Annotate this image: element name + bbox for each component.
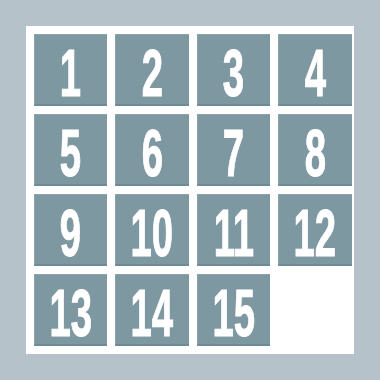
tile-number: 6 <box>141 120 162 186</box>
tile-number: 5 <box>60 120 81 186</box>
tile-10[interactable]: 10 <box>115 194 188 266</box>
tile-number: 15 <box>212 280 255 346</box>
tile-8[interactable]: 8 <box>278 114 351 186</box>
tile-number: 7 <box>223 120 244 186</box>
tile-2[interactable]: 2 <box>115 34 188 106</box>
tile-number: 10 <box>131 200 174 266</box>
tile-number: 3 <box>223 40 244 106</box>
tile-number: 2 <box>141 40 162 106</box>
tile-number: 14 <box>131 280 174 346</box>
tile-13[interactable]: 13 <box>34 274 107 346</box>
tile-14[interactable]: 14 <box>115 274 188 346</box>
tile-1[interactable]: 1 <box>34 34 107 106</box>
tile-4[interactable]: 4 <box>278 34 351 106</box>
tile-9[interactable]: 9 <box>34 194 107 266</box>
tile-6[interactable]: 6 <box>115 114 188 186</box>
tile-number: 13 <box>49 280 92 346</box>
tile-number: 8 <box>304 120 325 186</box>
tile-12[interactable]: 12 <box>278 194 351 266</box>
tile-3[interactable]: 3 <box>197 34 270 106</box>
tile-15[interactable]: 15 <box>197 274 270 346</box>
tile-number: 1 <box>60 40 81 106</box>
puzzle-board: 123456789101112131415 <box>26 26 354 354</box>
tile-number: 12 <box>294 200 337 266</box>
tile-5[interactable]: 5 <box>34 114 107 186</box>
tile-number: 11 <box>213 200 253 266</box>
tile-number: 4 <box>304 40 325 106</box>
tile-11[interactable]: 11 <box>197 194 270 266</box>
empty-cell <box>278 274 351 346</box>
tile-7[interactable]: 7 <box>197 114 270 186</box>
tile-number: 9 <box>60 200 81 266</box>
